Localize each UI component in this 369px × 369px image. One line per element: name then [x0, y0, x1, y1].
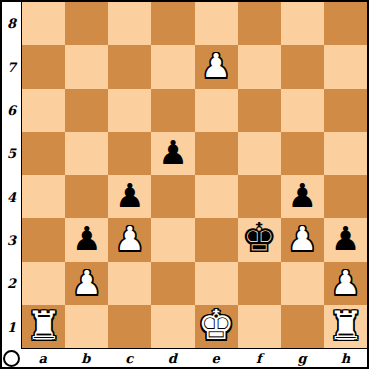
square-g7[interactable] — [281, 45, 324, 88]
black-pawn-g4[interactable]: ♟ — [288, 179, 318, 212]
square-e1[interactable]: ♚ — [195, 305, 238, 348]
square-e3[interactable] — [195, 218, 238, 261]
square-g6[interactable] — [281, 89, 324, 132]
white-pawn-b2[interactable]: ♟ — [72, 266, 102, 299]
square-a5[interactable] — [22, 132, 65, 175]
file-label-h: h — [324, 349, 367, 367]
rank-label-4: 4 — [2, 176, 21, 219]
square-g3[interactable]: ♟ — [281, 218, 324, 261]
rank-label-3: 3 — [2, 219, 21, 262]
file-label-c: c — [108, 349, 151, 367]
square-d2[interactable] — [151, 262, 194, 305]
square-a6[interactable] — [22, 89, 65, 132]
square-d3[interactable] — [151, 218, 194, 261]
square-g5[interactable] — [281, 132, 324, 175]
black-pawn-b3[interactable]: ♟ — [72, 222, 102, 255]
file-label-d: d — [151, 349, 194, 367]
square-d6[interactable] — [151, 89, 194, 132]
square-h7[interactable] — [324, 45, 367, 88]
black-pawn-c4[interactable]: ♟ — [115, 179, 145, 212]
square-a8[interactable] — [22, 2, 65, 45]
square-h1[interactable]: ♜ — [324, 305, 367, 348]
square-g8[interactable] — [281, 2, 324, 45]
square-a2[interactable] — [22, 262, 65, 305]
square-c4[interactable]: ♟ — [108, 175, 151, 218]
white-pawn-e7[interactable]: ♟ — [201, 49, 231, 82]
square-a4[interactable] — [22, 175, 65, 218]
square-a3[interactable] — [22, 218, 65, 261]
square-e7[interactable]: ♟ — [195, 45, 238, 88]
file-label-b: b — [64, 349, 107, 367]
square-h5[interactable] — [324, 132, 367, 175]
rank-label-5: 5 — [2, 132, 21, 175]
square-c8[interactable] — [108, 2, 151, 45]
square-a7[interactable] — [22, 45, 65, 88]
white-pawn-g3[interactable]: ♟ — [288, 222, 318, 255]
square-b8[interactable] — [65, 2, 108, 45]
side-to-move-corner — [2, 349, 21, 367]
square-f5[interactable] — [238, 132, 281, 175]
square-e5[interactable] — [195, 132, 238, 175]
square-h4[interactable] — [324, 175, 367, 218]
square-c7[interactable] — [108, 45, 151, 88]
rank-label-2: 2 — [2, 262, 21, 305]
rank-label-6: 6 — [2, 89, 21, 132]
square-f7[interactable] — [238, 45, 281, 88]
square-h8[interactable] — [324, 2, 367, 45]
white-rook-h1[interactable]: ♜ — [328, 306, 363, 345]
square-f4[interactable] — [238, 175, 281, 218]
file-labels: abcdefgh — [21, 349, 367, 367]
square-d8[interactable] — [151, 2, 194, 45]
square-b4[interactable] — [65, 175, 108, 218]
file-label-a: a — [21, 349, 64, 367]
square-e6[interactable] — [195, 89, 238, 132]
square-d1[interactable] — [151, 305, 194, 348]
square-f8[interactable] — [238, 2, 281, 45]
black-king-f3[interactable]: ♚ — [241, 218, 278, 259]
white-king-e1[interactable]: ♚ — [198, 305, 235, 346]
square-b2[interactable]: ♟ — [65, 262, 108, 305]
black-pawn-h3[interactable]: ♟ — [331, 222, 361, 255]
square-e8[interactable] — [195, 2, 238, 45]
file-label-e: e — [194, 349, 237, 367]
chess-board: ♟♟♟♟♟♟♚♟♟♟♟♜♚♜ — [21, 2, 367, 349]
square-c3[interactable]: ♟ — [108, 218, 151, 261]
white-rook-a1[interactable]: ♜ — [26, 306, 61, 345]
rank-label-1: 1 — [2, 306, 21, 349]
square-f2[interactable] — [238, 262, 281, 305]
square-b7[interactable] — [65, 45, 108, 88]
square-h6[interactable] — [324, 89, 367, 132]
square-b5[interactable] — [65, 132, 108, 175]
square-g4[interactable]: ♟ — [281, 175, 324, 218]
square-f1[interactable] — [238, 305, 281, 348]
square-c5[interactable] — [108, 132, 151, 175]
square-d4[interactable] — [151, 175, 194, 218]
white-pawn-c3[interactable]: ♟ — [115, 222, 145, 255]
square-d5[interactable]: ♟ — [151, 132, 194, 175]
square-b1[interactable] — [65, 305, 108, 348]
white-to-move-indicator — [3, 350, 20, 367]
square-e2[interactable] — [195, 262, 238, 305]
square-g2[interactable] — [281, 262, 324, 305]
square-h3[interactable]: ♟ — [324, 218, 367, 261]
square-e4[interactable] — [195, 175, 238, 218]
square-b6[interactable] — [65, 89, 108, 132]
square-c6[interactable] — [108, 89, 151, 132]
rank-label-7: 7 — [2, 45, 21, 88]
square-f3[interactable]: ♚ — [238, 218, 281, 261]
square-c2[interactable] — [108, 262, 151, 305]
square-d7[interactable] — [151, 45, 194, 88]
square-g1[interactable] — [281, 305, 324, 348]
rank-labels: 87654321 — [2, 2, 21, 349]
white-pawn-h2[interactable]: ♟ — [331, 266, 361, 299]
rank-label-8: 8 — [2, 2, 21, 45]
file-label-f: f — [237, 349, 280, 367]
file-label-g: g — [281, 349, 324, 367]
square-b3[interactable]: ♟ — [65, 218, 108, 261]
square-c1[interactable] — [108, 305, 151, 348]
black-pawn-d5[interactable]: ♟ — [158, 136, 188, 169]
chess-diagram: 87654321 ♟♟♟♟♟♟♚♟♟♟♟♜♚♜ abcdefgh — [0, 0, 369, 369]
square-f6[interactable] — [238, 89, 281, 132]
square-h2[interactable]: ♟ — [324, 262, 367, 305]
square-a1[interactable]: ♜ — [22, 305, 65, 348]
